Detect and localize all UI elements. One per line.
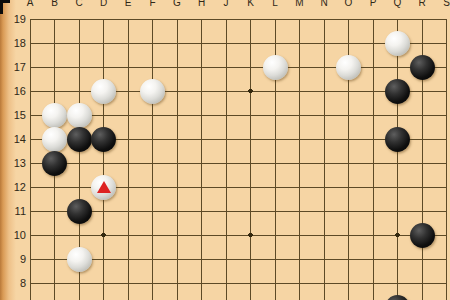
row-label-9: 9 — [2, 252, 26, 266]
white-stone-O17 — [336, 55, 361, 80]
black-stone-D14 — [91, 127, 116, 152]
col-label-E: E — [118, 0, 138, 9]
white-stone-C9 — [67, 247, 92, 272]
col-label-O: O — [339, 0, 359, 9]
col-label-A: A — [20, 0, 40, 9]
row-label-10: 10 — [2, 228, 26, 242]
white-stone-F16 — [140, 79, 165, 104]
white-stone-Q18 — [385, 31, 410, 56]
col-label-N: N — [314, 0, 334, 9]
col-label-B: B — [45, 0, 65, 9]
black-stone-C11 — [67, 199, 92, 224]
col-label-C: C — [69, 0, 89, 9]
row-label-12: 12 — [2, 180, 26, 194]
white-stone-B15 — [42, 103, 67, 128]
col-label-S: S — [437, 0, 450, 9]
col-label-M: M — [290, 0, 310, 9]
col-label-K: K — [241, 0, 261, 9]
row-label-11: 11 — [2, 204, 26, 218]
black-stone-R10 — [410, 223, 435, 248]
row-label-14: 14 — [2, 132, 26, 146]
last-move-triangle-marker — [97, 181, 111, 193]
col-label-D: D — [94, 0, 114, 9]
star-point-Q10 — [395, 233, 399, 237]
black-stone-Q14 — [385, 127, 410, 152]
black-stone-R17 — [410, 55, 435, 80]
star-point-K16 — [248, 89, 252, 93]
black-stone-Q16 — [385, 79, 410, 104]
row-label-19: 19 — [2, 12, 26, 26]
row-label-16: 16 — [2, 84, 26, 98]
star-point-D10 — [101, 233, 105, 237]
white-stone-B14 — [42, 127, 67, 152]
go-app-screen: ABCDEFGHJKLMNOPQRS1918171615141312111098 — [0, 0, 450, 300]
col-label-L: L — [265, 0, 285, 9]
col-label-J: J — [216, 0, 236, 9]
row-label-15: 15 — [2, 108, 26, 122]
black-stone-C14 — [67, 127, 92, 152]
black-stone-B13 — [42, 151, 67, 176]
col-label-G: G — [167, 0, 187, 9]
col-label-Q: Q — [388, 0, 408, 9]
white-stone-L17 — [263, 55, 288, 80]
row-label-17: 17 — [2, 60, 26, 74]
col-label-P: P — [363, 0, 383, 9]
row-label-8: 8 — [2, 276, 26, 290]
col-label-H: H — [192, 0, 212, 9]
star-point-K10 — [248, 233, 252, 237]
row-label-18: 18 — [2, 36, 26, 50]
white-stone-C15 — [67, 103, 92, 128]
white-stone-D16 — [91, 79, 116, 104]
screen-corner-bracket-horizontal — [0, 0, 10, 3]
row-label-13: 13 — [2, 156, 26, 170]
col-label-F: F — [143, 0, 163, 9]
col-label-R: R — [412, 0, 432, 9]
